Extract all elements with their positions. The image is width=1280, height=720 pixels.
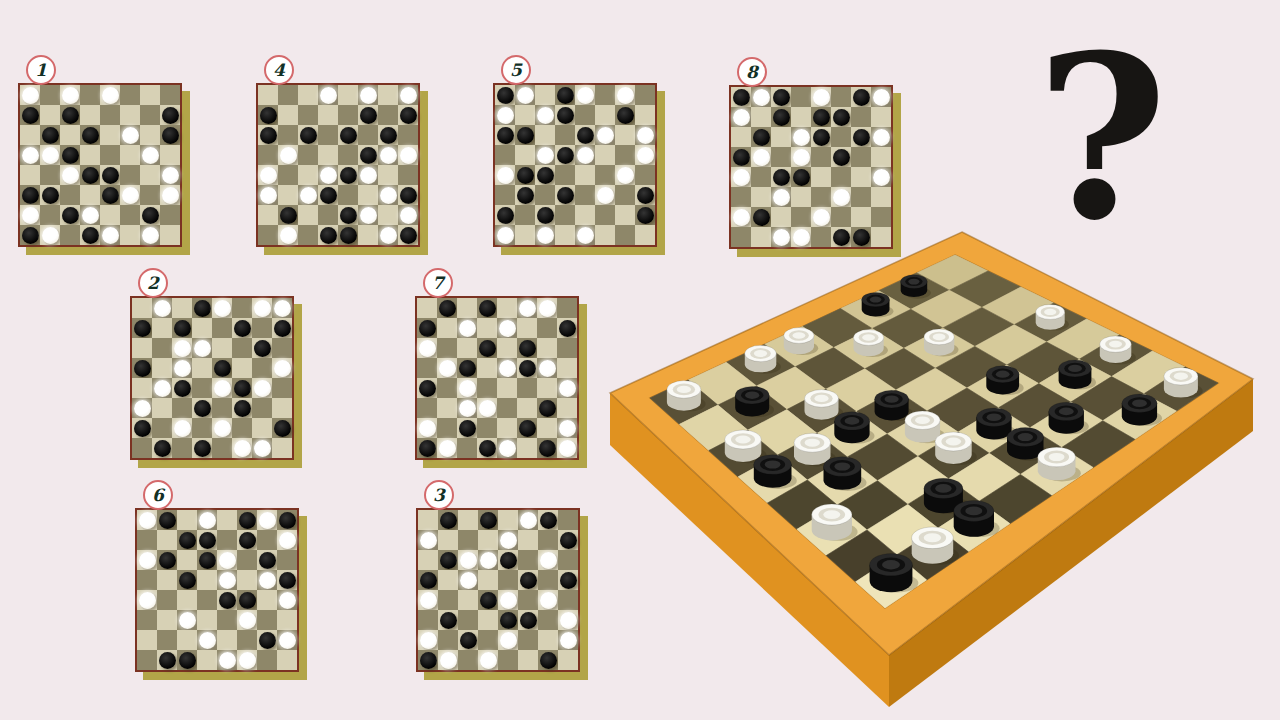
black-checker bbox=[833, 109, 850, 126]
board-cell bbox=[478, 590, 498, 610]
board-cell bbox=[338, 225, 358, 245]
board-cell bbox=[278, 225, 298, 245]
board-cell bbox=[635, 105, 655, 125]
white-checker bbox=[254, 300, 271, 317]
board-cell bbox=[517, 438, 537, 458]
black-checker bbox=[380, 127, 397, 144]
white-checker bbox=[637, 147, 654, 164]
board-cell bbox=[498, 570, 518, 590]
board-cell bbox=[851, 167, 871, 187]
board-cell bbox=[217, 650, 237, 670]
board-cell bbox=[177, 590, 197, 610]
board-cell bbox=[811, 127, 831, 147]
board-cell bbox=[418, 650, 438, 670]
board-cell bbox=[515, 85, 535, 105]
board-cell bbox=[278, 105, 298, 125]
board-cell bbox=[100, 225, 120, 245]
board-cell bbox=[338, 85, 358, 105]
board-cell bbox=[457, 398, 477, 418]
board-cell bbox=[558, 630, 578, 650]
mini-board-3[interactable]: 3 bbox=[416, 508, 580, 672]
board-cell bbox=[871, 227, 891, 247]
board-cell bbox=[298, 185, 318, 205]
board-cell bbox=[515, 145, 535, 165]
board-cell bbox=[277, 570, 297, 590]
white-checker bbox=[497, 227, 514, 244]
white-checker bbox=[439, 360, 456, 377]
white-checker bbox=[142, 147, 159, 164]
board-cell bbox=[615, 165, 635, 185]
board-cell bbox=[192, 378, 212, 398]
board-cell bbox=[140, 125, 160, 145]
white-checker bbox=[219, 652, 236, 669]
board-cell bbox=[378, 105, 398, 125]
black-checker bbox=[194, 300, 211, 317]
white-checker bbox=[279, 592, 296, 609]
mini-board-1[interactable]: 1 bbox=[18, 83, 182, 247]
board-cell bbox=[237, 610, 257, 630]
mini-board-4[interactable]: 4 bbox=[256, 83, 420, 247]
board-cell bbox=[258, 85, 278, 105]
white-checker bbox=[234, 440, 251, 457]
black-checker bbox=[219, 592, 236, 609]
board-cell bbox=[318, 85, 338, 105]
board-cell bbox=[871, 187, 891, 207]
white-checker bbox=[122, 127, 139, 144]
black-checker bbox=[279, 572, 296, 589]
board-cell bbox=[497, 418, 517, 438]
board-cell bbox=[277, 650, 297, 670]
board-cell bbox=[177, 510, 197, 530]
black-checker bbox=[340, 167, 357, 184]
black-checker bbox=[500, 552, 517, 569]
board-cell bbox=[831, 187, 851, 207]
board-cell bbox=[80, 85, 100, 105]
board-cell bbox=[555, 165, 575, 185]
board-cell bbox=[137, 510, 157, 530]
board-cell bbox=[497, 438, 517, 458]
black-checker bbox=[82, 127, 99, 144]
board-cell bbox=[358, 85, 378, 105]
board-number-badge: 3 bbox=[424, 480, 454, 510]
board-cell bbox=[537, 318, 557, 338]
black-checker bbox=[199, 532, 216, 549]
mini-board-grid bbox=[137, 510, 297, 670]
board-cell bbox=[575, 145, 595, 165]
mini-board-5[interactable]: 5 bbox=[493, 83, 657, 247]
white-checker bbox=[793, 229, 810, 246]
white-checker bbox=[360, 167, 377, 184]
white-checker bbox=[537, 147, 554, 164]
board-cell bbox=[277, 590, 297, 610]
board-cell bbox=[120, 85, 140, 105]
board-cell bbox=[278, 85, 298, 105]
white-checker bbox=[254, 380, 271, 397]
board-cell bbox=[751, 187, 771, 207]
mini-board-7[interactable]: 7 bbox=[415, 296, 579, 460]
board-cell bbox=[257, 610, 277, 630]
board-cell bbox=[232, 298, 252, 318]
board-cell bbox=[851, 207, 871, 227]
board-cell bbox=[177, 650, 197, 670]
board-cell bbox=[217, 610, 237, 630]
board-cell bbox=[152, 318, 172, 338]
black-checker bbox=[22, 187, 39, 204]
board-cell bbox=[157, 550, 177, 570]
board-cell bbox=[478, 550, 498, 570]
black-checker bbox=[419, 320, 436, 337]
board-cell bbox=[871, 167, 891, 187]
board-cell bbox=[237, 650, 257, 670]
board-cell bbox=[515, 125, 535, 145]
board-cell bbox=[418, 610, 438, 630]
board-cell bbox=[192, 338, 212, 358]
board-cell bbox=[192, 318, 212, 338]
board-cell bbox=[212, 358, 232, 378]
black-checker bbox=[753, 129, 770, 146]
board-cell bbox=[20, 225, 40, 245]
board-cell bbox=[80, 145, 100, 165]
white-checker bbox=[520, 512, 537, 529]
board-cell bbox=[557, 398, 577, 418]
black-checker bbox=[274, 420, 291, 437]
board-cell bbox=[20, 185, 40, 205]
white-checker bbox=[439, 440, 456, 457]
black-checker bbox=[479, 440, 496, 457]
board-cell bbox=[538, 650, 558, 670]
board-cell bbox=[495, 125, 515, 145]
board-cell bbox=[160, 185, 180, 205]
board-cell bbox=[152, 338, 172, 358]
board-cell bbox=[438, 550, 458, 570]
white-checker bbox=[239, 652, 256, 669]
board-cell bbox=[535, 145, 555, 165]
board-cell bbox=[272, 398, 292, 418]
black-checker bbox=[440, 512, 457, 529]
question-mark: ? bbox=[1012, 18, 1192, 258]
white-checker bbox=[793, 129, 810, 146]
board-cell bbox=[278, 145, 298, 165]
board-cell bbox=[537, 358, 557, 378]
board-cell bbox=[558, 550, 578, 570]
board-cell bbox=[100, 105, 120, 125]
board-cell bbox=[558, 610, 578, 630]
board-cell bbox=[197, 590, 217, 610]
white-checker bbox=[500, 632, 517, 649]
black-checker bbox=[733, 89, 750, 106]
board-cell bbox=[237, 510, 257, 530]
white-checker bbox=[199, 632, 216, 649]
black-checker bbox=[162, 127, 179, 144]
board-number-badge: 5 bbox=[501, 55, 531, 85]
board-cell bbox=[495, 105, 515, 125]
board-cell bbox=[458, 630, 478, 650]
black-checker bbox=[539, 400, 556, 417]
board-cell bbox=[120, 145, 140, 165]
board-cell bbox=[791, 167, 811, 187]
black-checker bbox=[300, 127, 317, 144]
black-checker bbox=[159, 512, 176, 529]
white-checker bbox=[274, 300, 291, 317]
board-cell bbox=[478, 570, 498, 590]
board-cell bbox=[811, 187, 831, 207]
board-cell bbox=[558, 650, 578, 670]
board-cell bbox=[177, 630, 197, 650]
board-cell bbox=[477, 378, 497, 398]
board-cell bbox=[232, 418, 252, 438]
board-cell bbox=[458, 510, 478, 530]
board-cell bbox=[358, 165, 378, 185]
board-cell bbox=[100, 205, 120, 225]
board-cell bbox=[378, 85, 398, 105]
white-checker bbox=[540, 592, 557, 609]
board-cell bbox=[458, 570, 478, 590]
board-cell bbox=[192, 418, 212, 438]
board-cell bbox=[358, 185, 378, 205]
board-cell bbox=[575, 205, 595, 225]
black-checker bbox=[813, 129, 830, 146]
board-cell bbox=[495, 85, 515, 105]
board-cell bbox=[298, 225, 318, 245]
board-cell bbox=[398, 125, 418, 145]
board-cell bbox=[518, 610, 538, 630]
white-checker bbox=[459, 320, 476, 337]
board-cell bbox=[252, 358, 272, 378]
board-cell bbox=[457, 318, 477, 338]
white-checker bbox=[637, 127, 654, 144]
board-cell bbox=[518, 590, 538, 610]
board-cell bbox=[237, 570, 257, 590]
board-cell bbox=[60, 85, 80, 105]
white-checker bbox=[560, 632, 577, 649]
white-checker bbox=[22, 147, 39, 164]
board-cell bbox=[831, 87, 851, 107]
white-checker bbox=[254, 440, 271, 457]
board-cell bbox=[137, 530, 157, 550]
white-checker bbox=[259, 512, 276, 529]
black-checker bbox=[159, 552, 176, 569]
black-checker bbox=[159, 652, 176, 669]
board-cell bbox=[172, 378, 192, 398]
white-checker bbox=[499, 320, 516, 337]
board-cell bbox=[458, 650, 478, 670]
board-cell bbox=[595, 105, 615, 125]
board-cell bbox=[497, 398, 517, 418]
board-cell bbox=[851, 127, 871, 147]
board-cell bbox=[358, 205, 378, 225]
board-cell bbox=[417, 318, 437, 338]
board-cell bbox=[557, 378, 577, 398]
black-checker bbox=[497, 127, 514, 144]
board-cell bbox=[635, 185, 655, 205]
white-checker bbox=[300, 187, 317, 204]
board-cell bbox=[558, 590, 578, 610]
white-checker bbox=[139, 552, 156, 569]
black-checker bbox=[419, 380, 436, 397]
board-cell bbox=[731, 87, 751, 107]
board-cell bbox=[791, 107, 811, 127]
board-cell bbox=[458, 530, 478, 550]
black-checker bbox=[480, 592, 497, 609]
black-checker bbox=[459, 420, 476, 437]
board-cell bbox=[811, 107, 831, 127]
white-checker bbox=[419, 420, 436, 437]
white-checker bbox=[617, 167, 634, 184]
board-cell bbox=[140, 105, 160, 125]
black-checker bbox=[853, 129, 870, 146]
board-cell bbox=[498, 550, 518, 570]
board-cell bbox=[418, 590, 438, 610]
black-checker bbox=[440, 612, 457, 629]
black-checker bbox=[497, 87, 514, 104]
black-checker bbox=[340, 127, 357, 144]
board-cell bbox=[152, 358, 172, 378]
board-cell bbox=[731, 187, 751, 207]
mini-board-6[interactable]: 6 bbox=[135, 508, 299, 672]
black-checker bbox=[637, 187, 654, 204]
board-cell bbox=[615, 205, 635, 225]
white-checker bbox=[214, 380, 231, 397]
board-cell bbox=[851, 87, 871, 107]
white-checker bbox=[62, 87, 79, 104]
board-cell bbox=[140, 85, 160, 105]
white-checker bbox=[577, 147, 594, 164]
board-cell bbox=[232, 378, 252, 398]
board-cell bbox=[172, 318, 192, 338]
board-cell bbox=[458, 550, 478, 570]
board-cell bbox=[537, 378, 557, 398]
black-checker bbox=[537, 207, 554, 224]
board-cell bbox=[635, 125, 655, 145]
black-checker bbox=[320, 227, 337, 244]
black-checker bbox=[419, 440, 436, 457]
board-cell bbox=[272, 338, 292, 358]
white-checker bbox=[813, 89, 830, 106]
white-checker bbox=[22, 87, 39, 104]
board-cell bbox=[258, 105, 278, 125]
mini-board-2[interactable]: 2 bbox=[130, 296, 294, 460]
white-checker bbox=[22, 207, 39, 224]
board-cell bbox=[558, 570, 578, 590]
white-checker bbox=[617, 87, 634, 104]
white-checker bbox=[174, 340, 191, 357]
black-checker bbox=[519, 340, 536, 357]
board-cell bbox=[477, 318, 497, 338]
black-checker bbox=[234, 380, 251, 397]
board-cell bbox=[515, 165, 535, 185]
board-cell bbox=[232, 398, 252, 418]
board-cell bbox=[478, 530, 498, 550]
board-cell bbox=[575, 225, 595, 245]
white-checker bbox=[597, 127, 614, 144]
white-checker bbox=[873, 169, 890, 186]
white-checker bbox=[260, 187, 277, 204]
board-cell bbox=[635, 85, 655, 105]
white-checker bbox=[479, 400, 496, 417]
black-checker bbox=[560, 532, 577, 549]
board-cell bbox=[595, 85, 615, 105]
white-checker bbox=[539, 360, 556, 377]
black-checker bbox=[280, 207, 297, 224]
board-cell bbox=[197, 530, 217, 550]
black-checker bbox=[520, 572, 537, 589]
black-checker bbox=[102, 187, 119, 204]
board-cell bbox=[457, 338, 477, 358]
mini-board-grid bbox=[731, 87, 891, 247]
board-cell bbox=[177, 570, 197, 590]
board-cell bbox=[358, 145, 378, 165]
board-cell bbox=[80, 105, 100, 125]
board-cell bbox=[137, 550, 157, 570]
board-cell bbox=[771, 147, 791, 167]
black-checker bbox=[22, 227, 39, 244]
board-cell bbox=[40, 225, 60, 245]
board-cell bbox=[535, 185, 555, 205]
board-cell bbox=[257, 570, 277, 590]
board-cell bbox=[137, 630, 157, 650]
board-cell bbox=[498, 530, 518, 550]
white-checker bbox=[82, 207, 99, 224]
mini-board-grid bbox=[20, 85, 180, 245]
board-cell bbox=[457, 438, 477, 458]
black-checker bbox=[320, 187, 337, 204]
white-checker bbox=[279, 632, 296, 649]
black-checker bbox=[540, 512, 557, 529]
board-cell bbox=[615, 145, 635, 165]
board-cell bbox=[417, 298, 437, 318]
white-checker bbox=[42, 147, 59, 164]
board-cell bbox=[518, 650, 538, 670]
black-checker bbox=[537, 167, 554, 184]
board-cell bbox=[595, 145, 615, 165]
board-cell bbox=[495, 225, 515, 245]
board-cell bbox=[378, 225, 398, 245]
board-cell bbox=[537, 338, 557, 358]
board-cell bbox=[100, 85, 120, 105]
board-cell bbox=[160, 125, 180, 145]
board-cell bbox=[791, 207, 811, 227]
board-cell bbox=[595, 165, 615, 185]
board-cell bbox=[575, 165, 595, 185]
white-checker bbox=[142, 227, 159, 244]
board-cell bbox=[555, 205, 575, 225]
board-cell bbox=[497, 358, 517, 378]
board-cell bbox=[258, 145, 278, 165]
board-cell bbox=[497, 338, 517, 358]
board-cell bbox=[132, 298, 152, 318]
white-checker bbox=[873, 129, 890, 146]
board-cell bbox=[258, 225, 278, 245]
board-cell bbox=[518, 570, 538, 590]
board-cell bbox=[831, 147, 851, 167]
board-cell bbox=[791, 187, 811, 207]
board-cell bbox=[80, 165, 100, 185]
white-checker bbox=[134, 400, 151, 417]
board-cell bbox=[258, 125, 278, 145]
board-cell bbox=[277, 530, 297, 550]
black-checker bbox=[420, 652, 437, 669]
mini-board-8[interactable]: 8 bbox=[729, 85, 893, 249]
board-cell bbox=[478, 510, 498, 530]
board-cell bbox=[791, 147, 811, 167]
board-cell bbox=[635, 145, 655, 165]
board-cell bbox=[851, 227, 871, 247]
white-checker bbox=[420, 532, 437, 549]
board-cell bbox=[277, 610, 297, 630]
board-cell bbox=[212, 398, 232, 418]
board-cell bbox=[575, 185, 595, 205]
black-checker bbox=[199, 552, 216, 569]
